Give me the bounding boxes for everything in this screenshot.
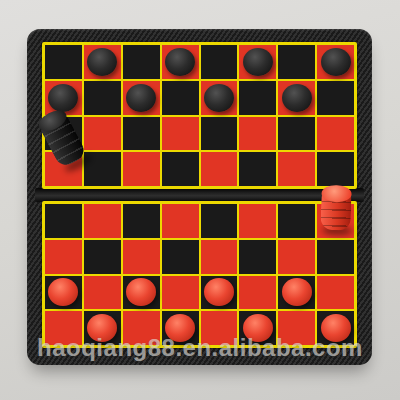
square-r5c4[interactable] bbox=[162, 204, 199, 238]
red-piece[interactable] bbox=[282, 278, 312, 306]
square-r4c5[interactable] bbox=[201, 152, 238, 186]
square-r5c3[interactable] bbox=[123, 204, 160, 238]
square-r2c4[interactable] bbox=[162, 81, 199, 115]
square-r3c6[interactable] bbox=[239, 117, 276, 151]
square-r3c4[interactable] bbox=[162, 117, 199, 151]
square-r5c2[interactable] bbox=[84, 204, 121, 238]
black-piece[interactable] bbox=[321, 48, 351, 76]
square-r2c6[interactable] bbox=[239, 81, 276, 115]
red-piece[interactable] bbox=[243, 314, 273, 342]
black-piece[interactable] bbox=[282, 84, 312, 112]
square-r6c1[interactable] bbox=[45, 240, 82, 274]
square-r1c4[interactable] bbox=[162, 45, 199, 79]
square-r5c5[interactable] bbox=[201, 204, 238, 238]
square-r1c8[interactable] bbox=[317, 45, 354, 79]
square-r3c7[interactable] bbox=[278, 117, 315, 151]
square-r4c3[interactable] bbox=[123, 152, 160, 186]
square-r3c5[interactable] bbox=[201, 117, 238, 151]
square-r3c3[interactable] bbox=[123, 117, 160, 151]
square-r4c6[interactable] bbox=[239, 152, 276, 186]
square-r8c6[interactable] bbox=[239, 311, 276, 345]
square-r4c4[interactable] bbox=[162, 152, 199, 186]
square-r6c3[interactable] bbox=[123, 240, 160, 274]
red-piece[interactable] bbox=[321, 314, 351, 342]
square-r7c2[interactable] bbox=[84, 276, 121, 310]
red-piece[interactable] bbox=[48, 278, 78, 306]
square-r7c4[interactable] bbox=[162, 276, 199, 310]
square-r8c5[interactable] bbox=[201, 311, 238, 345]
square-r7c3[interactable] bbox=[123, 276, 160, 310]
square-r1c7[interactable] bbox=[278, 45, 315, 79]
red-piece[interactable] bbox=[87, 314, 117, 342]
square-r7c8[interactable] bbox=[317, 276, 354, 310]
square-r6c7[interactable] bbox=[278, 240, 315, 274]
square-r8c7[interactable] bbox=[278, 311, 315, 345]
square-r2c5[interactable] bbox=[201, 81, 238, 115]
square-r2c8[interactable] bbox=[317, 81, 354, 115]
square-r6c4[interactable] bbox=[162, 240, 199, 274]
square-r1c3[interactable] bbox=[123, 45, 160, 79]
square-r2c7[interactable] bbox=[278, 81, 315, 115]
square-r4c7[interactable] bbox=[278, 152, 315, 186]
square-r8c4[interactable] bbox=[162, 311, 199, 345]
square-r2c3[interactable] bbox=[123, 81, 160, 115]
black-piece[interactable] bbox=[204, 84, 234, 112]
red-piece[interactable] bbox=[165, 314, 195, 342]
square-r8c1[interactable] bbox=[45, 311, 82, 345]
square-r5c6[interactable] bbox=[239, 204, 276, 238]
square-r5c7[interactable] bbox=[278, 204, 315, 238]
square-r7c5[interactable] bbox=[201, 276, 238, 310]
square-r6c6[interactable] bbox=[239, 240, 276, 274]
square-r8c3[interactable] bbox=[123, 311, 160, 345]
red-piece[interactable] bbox=[126, 278, 156, 306]
red-piece[interactable] bbox=[204, 278, 234, 306]
square-r6c5[interactable] bbox=[201, 240, 238, 274]
square-r1c5[interactable] bbox=[201, 45, 238, 79]
square-r6c2[interactable] bbox=[84, 240, 121, 274]
square-r8c2[interactable] bbox=[84, 311, 121, 345]
square-r1c6[interactable] bbox=[239, 45, 276, 79]
board-half-top bbox=[42, 42, 357, 189]
square-r4c8[interactable] bbox=[317, 152, 354, 186]
square-r3c8[interactable] bbox=[317, 117, 354, 151]
square-r2c2[interactable] bbox=[84, 81, 121, 115]
black-piece[interactable] bbox=[165, 48, 195, 76]
red-stack-standing-piece[interactable] bbox=[313, 183, 351, 236]
square-r1c2[interactable] bbox=[84, 45, 121, 79]
photo-stage: haoqiang88.en.alibaba.com bbox=[0, 0, 400, 400]
black-piece[interactable] bbox=[126, 84, 156, 112]
square-r5c1[interactable] bbox=[45, 204, 82, 238]
square-r1c1[interactable] bbox=[45, 45, 82, 79]
square-r7c7[interactable] bbox=[278, 276, 315, 310]
square-r7c1[interactable] bbox=[45, 276, 82, 310]
board-frame bbox=[27, 29, 372, 365]
black-piece[interactable] bbox=[87, 48, 117, 76]
black-piece[interactable] bbox=[243, 48, 273, 76]
square-r6c8[interactable] bbox=[317, 240, 354, 274]
square-r7c6[interactable] bbox=[239, 276, 276, 310]
square-r8c8[interactable] bbox=[317, 311, 354, 345]
board-half-bottom bbox=[42, 201, 357, 348]
